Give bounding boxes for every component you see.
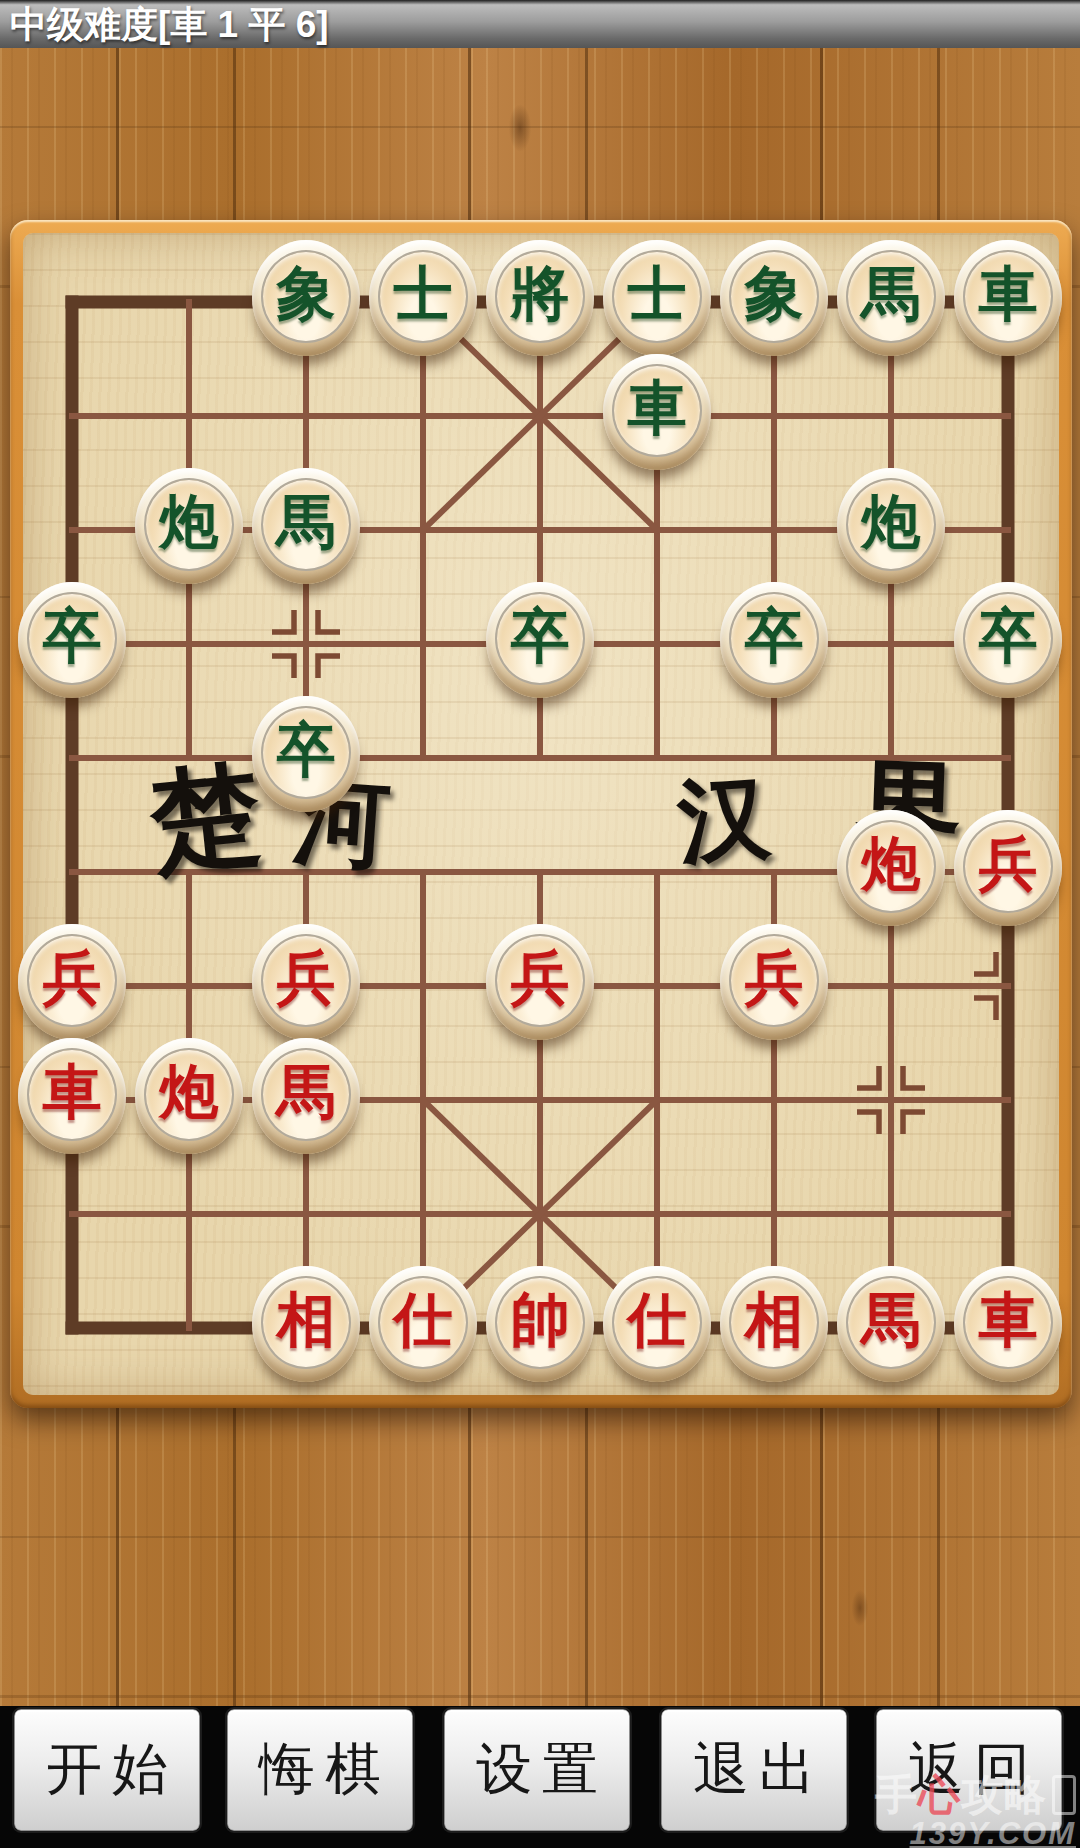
piece-black-chariot[interactable]: 車 bbox=[603, 354, 711, 470]
piece-face: 馬 bbox=[261, 1048, 351, 1141]
piece-face: 馬 bbox=[261, 478, 351, 571]
piece-red-horse[interactable]: 馬 bbox=[252, 1038, 360, 1154]
piece-black-advisor[interactable]: 士 bbox=[603, 240, 711, 356]
piece-red-chariot[interactable]: 車 bbox=[954, 1266, 1062, 1382]
piece-glyph: 象 bbox=[277, 265, 336, 324]
piece-face: 馬 bbox=[846, 1276, 936, 1369]
piece-glyph: 帥 bbox=[511, 1291, 570, 1350]
piece-glyph: 車 bbox=[979, 265, 1038, 324]
piece-face: 兵 bbox=[27, 934, 117, 1027]
title-text: 中级难度[車 1 平 6] bbox=[10, 4, 329, 45]
piece-face: 炮 bbox=[144, 1048, 234, 1141]
piece-glyph: 卒 bbox=[43, 607, 102, 666]
piece-face: 卒 bbox=[495, 592, 585, 685]
piece-face: 士 bbox=[378, 250, 468, 343]
piece-glyph: 炮 bbox=[862, 493, 921, 552]
piece-face: 兵 bbox=[495, 934, 585, 1027]
piece-red-advisor[interactable]: 仕 bbox=[603, 1266, 711, 1382]
exit-button[interactable]: 退出 bbox=[661, 1709, 847, 1831]
piece-face: 馬 bbox=[846, 250, 936, 343]
xiangqi-board[interactable]: 楚 河 汉 界 象士將士象馬車車炮馬炮卒卒卒卒卒炮兵兵兵兵兵車炮馬相仕帥仕相馬車 bbox=[10, 220, 1072, 1408]
piece-black-pawn[interactable]: 卒 bbox=[18, 582, 126, 698]
piece-black-horse[interactable]: 馬 bbox=[837, 240, 945, 356]
piece-black-pawn[interactable]: 卒 bbox=[486, 582, 594, 698]
river-char-chu: 楚 bbox=[144, 739, 269, 899]
piece-face: 車 bbox=[612, 364, 702, 457]
piece-face: 將 bbox=[495, 250, 585, 343]
piece-glyph: 卒 bbox=[277, 721, 336, 780]
piece-face: 仕 bbox=[612, 1276, 702, 1369]
piece-black-pawn[interactable]: 卒 bbox=[720, 582, 828, 698]
piece-face: 炮 bbox=[144, 478, 234, 571]
piece-black-cannon[interactable]: 炮 bbox=[135, 468, 243, 584]
piece-glyph: 兵 bbox=[745, 949, 804, 1008]
piece-face: 象 bbox=[261, 250, 351, 343]
piece-face: 車 bbox=[27, 1048, 117, 1141]
piece-face: 卒 bbox=[27, 592, 117, 685]
piece-face: 卒 bbox=[729, 592, 819, 685]
piece-glyph: 炮 bbox=[160, 493, 219, 552]
piece-black-pawn[interactable]: 卒 bbox=[954, 582, 1062, 698]
watermark: 手心攻略 139Y.COM bbox=[875, 1774, 1076, 1848]
piece-red-pawn[interactable]: 兵 bbox=[486, 924, 594, 1040]
piece-red-chariot[interactable]: 車 bbox=[18, 1038, 126, 1154]
piece-glyph: 兵 bbox=[511, 949, 570, 1008]
piece-red-cannon[interactable]: 炮 bbox=[837, 810, 945, 926]
piece-red-pawn[interactable]: 兵 bbox=[18, 924, 126, 1040]
piece-glyph: 卒 bbox=[979, 607, 1038, 666]
piece-face: 卒 bbox=[261, 706, 351, 799]
piece-glyph: 相 bbox=[745, 1291, 804, 1350]
piece-face: 象 bbox=[729, 250, 819, 343]
piece-glyph: 兵 bbox=[277, 949, 336, 1008]
piece-face: 士 bbox=[612, 250, 702, 343]
piece-face: 相 bbox=[729, 1276, 819, 1369]
piece-face: 兵 bbox=[261, 934, 351, 1027]
piece-glyph: 卒 bbox=[745, 607, 804, 666]
piece-glyph: 兵 bbox=[979, 835, 1038, 894]
piece-black-horse[interactable]: 馬 bbox=[252, 468, 360, 584]
piece-face: 炮 bbox=[846, 478, 936, 571]
piece-black-elephant[interactable]: 象 bbox=[720, 240, 828, 356]
piece-glyph: 相 bbox=[277, 1291, 336, 1350]
start-button[interactable]: 开始 bbox=[14, 1709, 200, 1831]
piece-glyph: 炮 bbox=[862, 835, 921, 894]
heart-icon: 心 bbox=[918, 1771, 961, 1818]
piece-glyph: 將 bbox=[511, 265, 570, 324]
piece-glyph: 車 bbox=[43, 1063, 102, 1122]
phone-icon bbox=[1052, 1775, 1076, 1815]
piece-glyph: 兵 bbox=[43, 949, 102, 1008]
piece-glyph: 車 bbox=[979, 1291, 1038, 1350]
piece-glyph: 馬 bbox=[277, 493, 336, 552]
piece-face: 帥 bbox=[495, 1276, 585, 1369]
piece-glyph: 馬 bbox=[862, 1291, 921, 1350]
piece-glyph: 士 bbox=[394, 265, 453, 324]
piece-black-chariot[interactable]: 車 bbox=[954, 240, 1062, 356]
piece-face: 仕 bbox=[378, 1276, 468, 1369]
piece-red-pawn[interactable]: 兵 bbox=[954, 810, 1062, 926]
piece-black-pawn[interactable]: 卒 bbox=[252, 696, 360, 812]
piece-black-cannon[interactable]: 炮 bbox=[837, 468, 945, 584]
piece-red-elephant[interactable]: 相 bbox=[252, 1266, 360, 1382]
watermark-site: 139Y.COM bbox=[875, 1818, 1076, 1848]
piece-face: 卒 bbox=[963, 592, 1053, 685]
piece-glyph: 馬 bbox=[862, 265, 921, 324]
piece-face: 炮 bbox=[846, 820, 936, 913]
undo-button[interactable]: 悔棋 bbox=[227, 1709, 413, 1831]
settings-button[interactable]: 设置 bbox=[444, 1709, 630, 1831]
piece-glyph: 仕 bbox=[394, 1291, 453, 1350]
title-bar: 中级难度[車 1 平 6] bbox=[0, 0, 1080, 48]
piece-glyph: 仕 bbox=[628, 1291, 687, 1350]
piece-red-advisor[interactable]: 仕 bbox=[369, 1266, 477, 1382]
piece-face: 相 bbox=[261, 1276, 351, 1369]
river-char-han: 汉 bbox=[674, 755, 774, 885]
piece-glyph: 士 bbox=[628, 265, 687, 324]
piece-face: 兵 bbox=[729, 934, 819, 1027]
piece-face: 兵 bbox=[963, 820, 1053, 913]
piece-red-general[interactable]: 帥 bbox=[486, 1266, 594, 1382]
piece-red-cannon[interactable]: 炮 bbox=[135, 1038, 243, 1154]
piece-glyph: 卒 bbox=[511, 607, 570, 666]
piece-glyph: 馬 bbox=[277, 1063, 336, 1122]
piece-red-horse[interactable]: 馬 bbox=[837, 1266, 945, 1382]
piece-red-pawn[interactable]: 兵 bbox=[252, 924, 360, 1040]
piece-face: 車 bbox=[963, 1276, 1053, 1369]
piece-red-pawn[interactable]: 兵 bbox=[720, 924, 828, 1040]
piece-glyph: 炮 bbox=[160, 1063, 219, 1122]
piece-black-general[interactable]: 將 bbox=[486, 240, 594, 356]
piece-black-advisor[interactable]: 士 bbox=[369, 240, 477, 356]
piece-black-elephant[interactable]: 象 bbox=[252, 240, 360, 356]
piece-face: 車 bbox=[963, 250, 1053, 343]
watermark-brand: 手心攻略 bbox=[875, 1774, 1076, 1816]
piece-glyph: 車 bbox=[628, 379, 687, 438]
piece-glyph: 象 bbox=[745, 265, 804, 324]
piece-red-elephant[interactable]: 相 bbox=[720, 1266, 828, 1382]
